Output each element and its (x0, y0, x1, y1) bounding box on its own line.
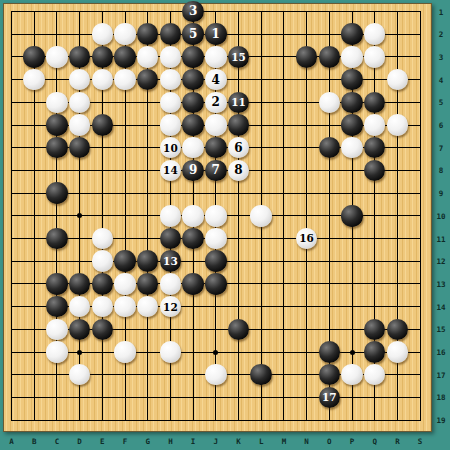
column-label: Q (372, 437, 377, 446)
stone-black (205, 137, 227, 159)
grid-line-vertical (306, 11, 307, 421)
row-label: 18 (436, 393, 445, 402)
stone-white (92, 23, 114, 45)
stone-white (160, 46, 182, 68)
row-label: 16 (436, 348, 445, 357)
stone-black (46, 273, 68, 295)
stone-white (114, 341, 136, 363)
hoshi-dot (350, 350, 355, 355)
stone-black (160, 23, 182, 45)
column-label: E (100, 437, 105, 446)
row-label: 19 (436, 416, 445, 425)
hoshi-dot (77, 350, 82, 355)
column-label: K (236, 437, 241, 446)
stone-white (46, 46, 68, 68)
stone-white-move-2: 2 (205, 92, 227, 114)
stone-white (387, 114, 409, 136)
stone-white (160, 273, 182, 295)
column-label: S (418, 437, 423, 446)
stone-white (341, 46, 363, 68)
stone-black (319, 46, 341, 68)
stone-black (69, 46, 91, 68)
column-label: M (282, 437, 287, 446)
column-label: P (350, 437, 355, 446)
stone-black (182, 114, 204, 136)
stone-white (160, 92, 182, 114)
stone-black (92, 319, 114, 341)
stone-black-move-5: 5 (182, 23, 204, 45)
row-label: 8 (439, 166, 444, 175)
column-label: D (77, 437, 82, 446)
stone-white (205, 46, 227, 68)
stone-black (341, 23, 363, 45)
stone-black (296, 46, 318, 68)
stone-black-move-9: 9 (182, 160, 204, 182)
column-label: I (191, 437, 196, 446)
stone-black (341, 69, 363, 91)
stone-black (364, 341, 386, 363)
stone-white (250, 205, 272, 227)
stone-black (46, 182, 68, 204)
grid-line-vertical (283, 11, 284, 421)
stone-white (160, 205, 182, 227)
row-label: 2 (439, 30, 444, 39)
column-label: B (32, 437, 37, 446)
row-label: 7 (439, 143, 444, 152)
stone-white-move-4: 4 (205, 69, 227, 91)
column-label: G (145, 437, 150, 446)
hoshi-dot (213, 350, 218, 355)
grid-line-horizontal (11, 420, 421, 421)
stone-white (205, 228, 227, 250)
stone-white (137, 46, 159, 68)
column-label: C (55, 437, 60, 446)
stone-black (182, 228, 204, 250)
stone-white (114, 273, 136, 295)
stone-white (319, 92, 341, 114)
stone-black-move-15: 15 (228, 46, 250, 68)
row-label: 17 (436, 370, 445, 379)
column-label: R (395, 437, 400, 446)
stone-black (341, 114, 363, 136)
stone-black (46, 137, 68, 159)
stone-white (160, 341, 182, 363)
stone-black (23, 46, 45, 68)
grid-line-vertical (238, 11, 239, 421)
stone-black (92, 114, 114, 136)
stone-black (182, 273, 204, 295)
stone-black (114, 250, 136, 272)
row-label: 5 (439, 98, 444, 107)
stone-white (160, 114, 182, 136)
stone-black-move-13: 13 (160, 250, 182, 272)
stone-white (341, 364, 363, 386)
stone-white (114, 69, 136, 91)
stone-white (205, 114, 227, 136)
column-label: A (9, 437, 14, 446)
stone-white (114, 296, 136, 318)
row-label: 12 (436, 257, 445, 266)
stone-white (341, 137, 363, 159)
stone-black-move-3: 3 (182, 1, 204, 23)
stone-white (205, 205, 227, 227)
stone-black (182, 69, 204, 91)
go-board-frame: ABCDEFGHIJKLMNOPQRS123456789101112131415… (0, 0, 450, 450)
row-label: 1 (439, 7, 444, 16)
stone-black (205, 250, 227, 272)
grid-line-horizontal (11, 397, 421, 398)
column-label: H (168, 437, 173, 446)
row-label: 14 (436, 302, 445, 311)
column-label: F (123, 437, 128, 446)
stone-black (182, 92, 204, 114)
stone-black (46, 228, 68, 250)
row-label: 9 (439, 189, 444, 198)
stone-white (182, 205, 204, 227)
stone-white (46, 319, 68, 341)
stone-white (46, 92, 68, 114)
stone-white (69, 114, 91, 136)
row-label: 4 (439, 75, 444, 84)
stone-black (46, 296, 68, 318)
row-label: 10 (436, 211, 445, 220)
stone-black (341, 92, 363, 114)
stone-white (92, 250, 114, 272)
stone-white (205, 364, 227, 386)
stone-black (228, 114, 250, 136)
stone-white (387, 341, 409, 363)
stone-black-move-7: 7 (205, 160, 227, 182)
stone-black (69, 273, 91, 295)
stone-black (341, 205, 363, 227)
row-label: 13 (436, 279, 445, 288)
column-label: J (214, 437, 219, 446)
stone-white (364, 114, 386, 136)
row-label: 15 (436, 325, 445, 334)
column-label: L (259, 437, 264, 446)
stone-black (137, 273, 159, 295)
stone-white (114, 23, 136, 45)
grid-line-vertical (420, 11, 421, 421)
stone-black (92, 46, 114, 68)
stone-black (182, 46, 204, 68)
row-label: 6 (439, 121, 444, 130)
stone-black (205, 273, 227, 295)
stone-black (46, 114, 68, 136)
stone-white (364, 46, 386, 68)
stone-black-move-1: 1 (205, 23, 227, 45)
stone-white (46, 341, 68, 363)
column-label: O (327, 437, 332, 446)
row-label: 11 (436, 234, 445, 243)
column-label: N (304, 437, 309, 446)
stone-black (319, 341, 341, 363)
row-label: 3 (439, 52, 444, 61)
stone-black (92, 273, 114, 295)
stone-black-move-17: 17 (319, 387, 341, 409)
stone-black (387, 319, 409, 341)
stone-black (114, 46, 136, 68)
